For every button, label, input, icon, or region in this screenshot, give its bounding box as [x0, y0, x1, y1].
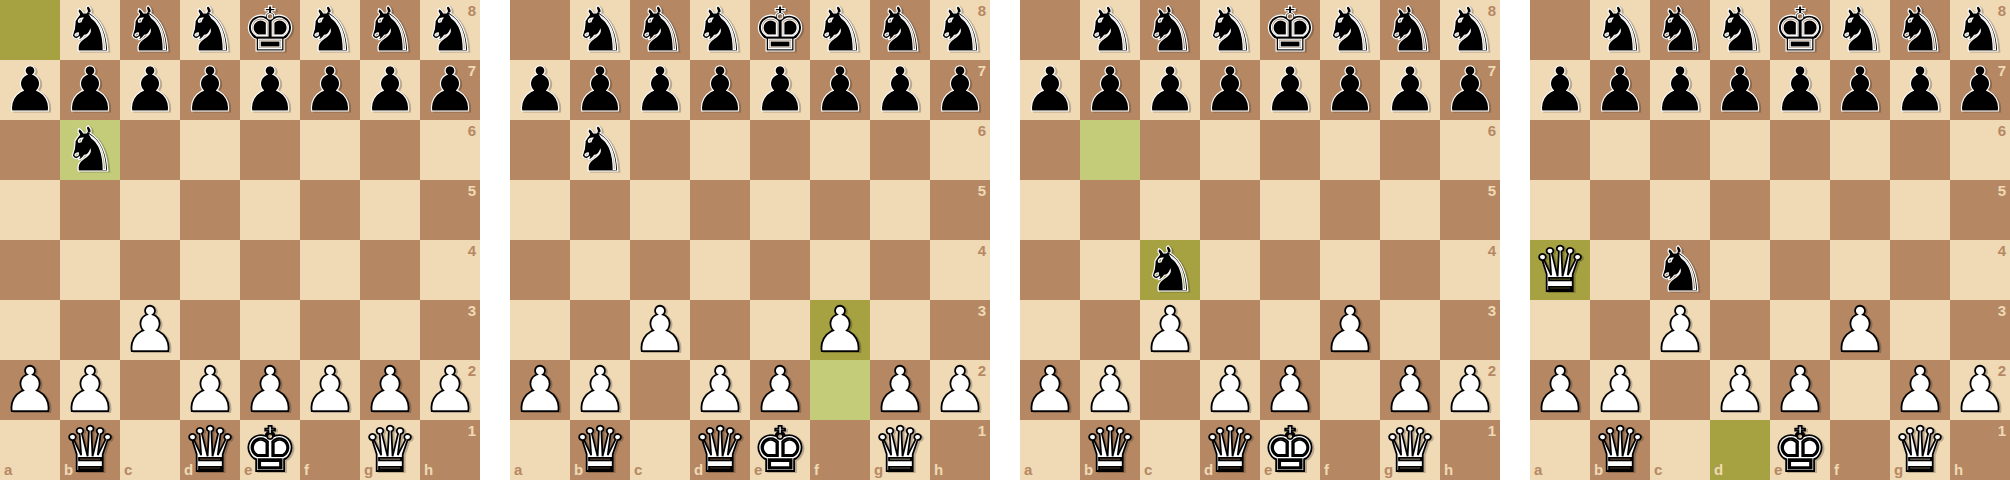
- square-f4[interactable]: [810, 240, 870, 300]
- white-pawn[interactable]: ♟: [0, 360, 60, 420]
- square-c2[interactable]: [630, 360, 690, 420]
- white-pawn[interactable]: ♟: [1200, 360, 1260, 420]
- square-d4[interactable]: [690, 240, 750, 300]
- square-f7[interactable]: ♟: [810, 60, 870, 120]
- square-c5[interactable]: [1650, 180, 1710, 240]
- black-pawn[interactable]: ♟: [570, 60, 630, 120]
- black-knight[interactable]: ♞: [300, 0, 360, 60]
- black-pawn[interactable]: ♟: [1020, 60, 1080, 120]
- white-pawn[interactable]: ♟: [630, 300, 690, 360]
- square-g2[interactable]: ♟: [870, 360, 930, 420]
- square-a1[interactable]: a: [1020, 420, 1080, 480]
- black-knight[interactable]: ♞: [1380, 0, 1440, 60]
- black-knight[interactable]: ♞: [360, 0, 420, 60]
- square-e1[interactable]: ♚e: [1770, 420, 1830, 480]
- white-king[interactable]: ♚: [240, 420, 300, 480]
- black-pawn[interactable]: ♟: [1200, 60, 1260, 120]
- square-h5[interactable]: 5: [1440, 180, 1500, 240]
- square-a4[interactable]: [510, 240, 570, 300]
- white-queen[interactable]: ♛: [690, 420, 750, 480]
- black-pawn[interactable]: ♟: [1260, 60, 1320, 120]
- square-b1[interactable]: ♛b: [1590, 420, 1650, 480]
- square-h2[interactable]: ♟2: [1440, 360, 1500, 420]
- black-pawn[interactable]: ♟: [1590, 60, 1650, 120]
- square-g1[interactable]: ♛g: [1890, 420, 1950, 480]
- square-h6[interactable]: 6: [930, 120, 990, 180]
- square-h7[interactable]: ♟7: [1440, 60, 1500, 120]
- square-e2[interactable]: ♟: [1260, 360, 1320, 420]
- white-king[interactable]: ♚: [1260, 420, 1320, 480]
- square-h8[interactable]: ♞8: [930, 0, 990, 60]
- white-queen[interactable]: ♛: [870, 420, 930, 480]
- square-f6[interactable]: [1320, 120, 1380, 180]
- square-a5[interactable]: [1530, 180, 1590, 240]
- white-pawn[interactable]: ♟: [60, 360, 120, 420]
- square-e4[interactable]: [1770, 240, 1830, 300]
- black-knight[interactable]: ♞: [1830, 0, 1890, 60]
- square-e4[interactable]: [750, 240, 810, 300]
- square-e4[interactable]: [240, 240, 300, 300]
- black-knight[interactable]: ♞: [1140, 0, 1200, 60]
- black-pawn[interactable]: ♟: [420, 60, 480, 120]
- square-b6[interactable]: [1080, 120, 1140, 180]
- white-pawn[interactable]: ♟: [360, 360, 420, 420]
- square-f2[interactable]: [1320, 360, 1380, 420]
- black-knight[interactable]: ♞: [60, 0, 120, 60]
- square-g4[interactable]: [870, 240, 930, 300]
- square-b8[interactable]: ♞: [1080, 0, 1140, 60]
- square-c4[interactable]: [630, 240, 690, 300]
- white-pawn[interactable]: ♟: [420, 360, 480, 420]
- black-pawn[interactable]: ♟: [810, 60, 870, 120]
- square-c7[interactable]: ♟: [630, 60, 690, 120]
- white-pawn[interactable]: ♟: [690, 360, 750, 420]
- square-d4[interactable]: [1200, 240, 1260, 300]
- square-h3[interactable]: 3: [930, 300, 990, 360]
- square-a7[interactable]: ♟: [510, 60, 570, 120]
- square-e3[interactable]: [1770, 300, 1830, 360]
- black-knight[interactable]: ♞: [420, 0, 480, 60]
- square-g8[interactable]: ♞: [360, 0, 420, 60]
- black-knight[interactable]: ♞: [570, 120, 630, 180]
- white-queen[interactable]: ♛: [1200, 420, 1260, 480]
- square-c4[interactable]: [120, 240, 180, 300]
- square-h3[interactable]: 3: [1440, 300, 1500, 360]
- square-e5[interactable]: [1260, 180, 1320, 240]
- square-b3[interactable]: [570, 300, 630, 360]
- square-f3[interactable]: ♟: [1320, 300, 1380, 360]
- square-c6[interactable]: [630, 120, 690, 180]
- square-h6[interactable]: 6: [420, 120, 480, 180]
- square-c8[interactable]: ♞: [1140, 0, 1200, 60]
- black-knight[interactable]: ♞: [1080, 0, 1140, 60]
- square-h7[interactable]: ♟7: [1950, 60, 2010, 120]
- white-pawn[interactable]: ♟: [1890, 360, 1950, 420]
- square-d2[interactable]: ♟: [1200, 360, 1260, 420]
- square-c8[interactable]: ♞: [1650, 0, 1710, 60]
- square-g7[interactable]: ♟: [1890, 60, 1950, 120]
- white-pawn[interactable]: ♟: [870, 360, 930, 420]
- black-pawn[interactable]: ♟: [1770, 60, 1830, 120]
- square-d8[interactable]: ♞: [690, 0, 750, 60]
- white-pawn[interactable]: ♟: [1710, 360, 1770, 420]
- square-c1[interactable]: c: [1650, 420, 1710, 480]
- square-h8[interactable]: ♞8: [1440, 0, 1500, 60]
- square-c3[interactable]: ♟: [1140, 300, 1200, 360]
- square-h7[interactable]: ♟7: [930, 60, 990, 120]
- square-a2[interactable]: ♟: [0, 360, 60, 420]
- white-pawn[interactable]: ♟: [1320, 300, 1380, 360]
- square-d4[interactable]: [180, 240, 240, 300]
- square-h7[interactable]: ♟7: [420, 60, 480, 120]
- square-f7[interactable]: ♟: [1830, 60, 1890, 120]
- square-b4[interactable]: [1080, 240, 1140, 300]
- square-e5[interactable]: [750, 180, 810, 240]
- square-h2[interactable]: ♟2: [1950, 360, 2010, 420]
- square-a2[interactable]: ♟: [1020, 360, 1080, 420]
- square-h5[interactable]: 5: [930, 180, 990, 240]
- square-d2[interactable]: ♟: [690, 360, 750, 420]
- square-f3[interactable]: [300, 300, 360, 360]
- square-c3[interactable]: ♟: [120, 300, 180, 360]
- white-pawn[interactable]: ♟: [120, 300, 180, 360]
- square-d8[interactable]: ♞: [1200, 0, 1260, 60]
- square-g3[interactable]: [870, 300, 930, 360]
- square-d6[interactable]: [1710, 120, 1770, 180]
- square-g2[interactable]: ♟: [1890, 360, 1950, 420]
- square-f5[interactable]: [1830, 180, 1890, 240]
- square-g6[interactable]: [1380, 120, 1440, 180]
- square-b3[interactable]: [1080, 300, 1140, 360]
- square-d2[interactable]: ♟: [1710, 360, 1770, 420]
- square-e5[interactable]: [240, 180, 300, 240]
- square-f3[interactable]: ♟: [1830, 300, 1890, 360]
- black-knight[interactable]: ♞: [60, 120, 120, 180]
- square-e7[interactable]: ♟: [750, 60, 810, 120]
- square-f6[interactable]: [300, 120, 360, 180]
- square-g8[interactable]: ♞: [1890, 0, 1950, 60]
- square-e3[interactable]: [1260, 300, 1320, 360]
- white-queen[interactable]: ♛: [60, 420, 120, 480]
- square-c1[interactable]: c: [1140, 420, 1200, 480]
- square-g6[interactable]: [360, 120, 420, 180]
- square-f5[interactable]: [810, 180, 870, 240]
- square-h1[interactable]: h1: [930, 420, 990, 480]
- square-c2[interactable]: [120, 360, 180, 420]
- square-e6[interactable]: [750, 120, 810, 180]
- square-h4[interactable]: 4: [420, 240, 480, 300]
- black-knight[interactable]: ♞: [1950, 0, 2010, 60]
- square-e1[interactable]: ♚e: [1260, 420, 1320, 480]
- black-knight[interactable]: ♞: [1320, 0, 1380, 60]
- black-knight[interactable]: ♞: [1200, 0, 1260, 60]
- white-pawn[interactable]: ♟: [300, 360, 360, 420]
- square-b4[interactable]: [1590, 240, 1650, 300]
- square-d5[interactable]: [1710, 180, 1770, 240]
- square-a8[interactable]: [1530, 0, 1590, 60]
- black-knight[interactable]: ♞: [690, 0, 750, 60]
- black-pawn[interactable]: ♟: [120, 60, 180, 120]
- black-knight[interactable]: ♞: [870, 0, 930, 60]
- square-d1[interactable]: ♛d: [690, 420, 750, 480]
- square-e8[interactable]: ♚: [1770, 0, 1830, 60]
- square-b2[interactable]: ♟: [570, 360, 630, 420]
- square-g7[interactable]: ♟: [360, 60, 420, 120]
- black-knight[interactable]: ♞: [180, 0, 240, 60]
- square-h4[interactable]: 4: [930, 240, 990, 300]
- square-f8[interactable]: ♞: [810, 0, 870, 60]
- square-e2[interactable]: ♟: [1770, 360, 1830, 420]
- square-a2[interactable]: ♟: [510, 360, 570, 420]
- square-d6[interactable]: [690, 120, 750, 180]
- black-pawn[interactable]: ♟: [1710, 60, 1770, 120]
- square-a5[interactable]: [1020, 180, 1080, 240]
- black-pawn[interactable]: ♟: [1650, 60, 1710, 120]
- white-king[interactable]: ♚: [1770, 420, 1830, 480]
- square-f5[interactable]: [300, 180, 360, 240]
- black-pawn[interactable]: ♟: [1830, 60, 1890, 120]
- black-pawn[interactable]: ♟: [690, 60, 750, 120]
- square-g7[interactable]: ♟: [870, 60, 930, 120]
- square-b3[interactable]: [1590, 300, 1650, 360]
- square-d7[interactable]: ♟: [1200, 60, 1260, 120]
- square-d7[interactable]: ♟: [690, 60, 750, 120]
- square-b1[interactable]: ♛b: [1080, 420, 1140, 480]
- square-f8[interactable]: ♞: [300, 0, 360, 60]
- square-f1[interactable]: f: [1320, 420, 1380, 480]
- white-pawn[interactable]: ♟: [570, 360, 630, 420]
- black-pawn[interactable]: ♟: [1890, 60, 1950, 120]
- square-c1[interactable]: c: [120, 420, 180, 480]
- square-a8[interactable]: [510, 0, 570, 60]
- square-h1[interactable]: h1: [1950, 420, 2010, 480]
- square-b2[interactable]: ♟: [60, 360, 120, 420]
- square-f7[interactable]: ♟: [1320, 60, 1380, 120]
- square-a4[interactable]: [0, 240, 60, 300]
- square-d3[interactable]: [180, 300, 240, 360]
- white-king[interactable]: ♚: [750, 420, 810, 480]
- square-f5[interactable]: [1320, 180, 1380, 240]
- square-g6[interactable]: [1890, 120, 1950, 180]
- square-a6[interactable]: [510, 120, 570, 180]
- square-a7[interactable]: ♟: [0, 60, 60, 120]
- square-c6[interactable]: [120, 120, 180, 180]
- black-knight[interactable]: ♞: [1890, 0, 1950, 60]
- square-a1[interactable]: a: [0, 420, 60, 480]
- square-g8[interactable]: ♞: [870, 0, 930, 60]
- white-queen[interactable]: ♛: [1890, 420, 1950, 480]
- square-c5[interactable]: [1140, 180, 1200, 240]
- black-pawn[interactable]: ♟: [510, 60, 570, 120]
- square-c3[interactable]: ♟: [1650, 300, 1710, 360]
- square-f1[interactable]: f: [1830, 420, 1890, 480]
- black-pawn[interactable]: ♟: [1080, 60, 1140, 120]
- square-c1[interactable]: c: [630, 420, 690, 480]
- square-d3[interactable]: [690, 300, 750, 360]
- square-f2[interactable]: ♟: [300, 360, 360, 420]
- square-d5[interactable]: [180, 180, 240, 240]
- square-g1[interactable]: ♛g: [360, 420, 420, 480]
- square-h1[interactable]: h1: [420, 420, 480, 480]
- square-f2[interactable]: [1830, 360, 1890, 420]
- black-pawn[interactable]: ♟: [750, 60, 810, 120]
- square-a7[interactable]: ♟: [1530, 60, 1590, 120]
- square-g1[interactable]: ♛g: [870, 420, 930, 480]
- square-c6[interactable]: [1140, 120, 1200, 180]
- square-b1[interactable]: ♛b: [60, 420, 120, 480]
- square-f1[interactable]: f: [300, 420, 360, 480]
- square-g6[interactable]: [870, 120, 930, 180]
- square-d7[interactable]: ♟: [1710, 60, 1770, 120]
- black-pawn[interactable]: ♟: [1530, 60, 1590, 120]
- black-knight[interactable]: ♞: [1140, 240, 1200, 300]
- square-a4[interactable]: ♛: [1530, 240, 1590, 300]
- square-e1[interactable]: ♚e: [750, 420, 810, 480]
- square-a8[interactable]: [0, 0, 60, 60]
- white-queen[interactable]: ♛: [1380, 420, 1440, 480]
- black-pawn[interactable]: ♟: [630, 60, 690, 120]
- square-b6[interactable]: ♞: [570, 120, 630, 180]
- square-c4[interactable]: ♞: [1650, 240, 1710, 300]
- square-b6[interactable]: ♞: [60, 120, 120, 180]
- square-b4[interactable]: [570, 240, 630, 300]
- square-c5[interactable]: [630, 180, 690, 240]
- black-pawn[interactable]: ♟: [360, 60, 420, 120]
- square-e8[interactable]: ♚: [240, 0, 300, 60]
- square-b5[interactable]: [1590, 180, 1650, 240]
- square-c2[interactable]: [1650, 360, 1710, 420]
- square-f8[interactable]: ♞: [1830, 0, 1890, 60]
- white-queen[interactable]: ♛: [1590, 420, 1650, 480]
- square-c2[interactable]: [1140, 360, 1200, 420]
- square-g5[interactable]: [870, 180, 930, 240]
- square-a8[interactable]: [1020, 0, 1080, 60]
- white-pawn[interactable]: ♟: [1650, 300, 1710, 360]
- square-b5[interactable]: [1080, 180, 1140, 240]
- square-f1[interactable]: f: [810, 420, 870, 480]
- white-queen[interactable]: ♛: [570, 420, 630, 480]
- square-b6[interactable]: [1590, 120, 1650, 180]
- square-g5[interactable]: [360, 180, 420, 240]
- square-b2[interactable]: ♟: [1590, 360, 1650, 420]
- black-pawn[interactable]: ♟: [1380, 60, 1440, 120]
- square-g3[interactable]: [360, 300, 420, 360]
- square-g2[interactable]: ♟: [360, 360, 420, 420]
- square-a2[interactable]: ♟: [1530, 360, 1590, 420]
- black-pawn[interactable]: ♟: [60, 60, 120, 120]
- square-b5[interactable]: [60, 180, 120, 240]
- square-f7[interactable]: ♟: [300, 60, 360, 120]
- black-pawn[interactable]: ♟: [1950, 60, 2010, 120]
- white-pawn[interactable]: ♟: [180, 360, 240, 420]
- square-c7[interactable]: ♟: [1140, 60, 1200, 120]
- square-g3[interactable]: [1380, 300, 1440, 360]
- square-h3[interactable]: 3: [1950, 300, 2010, 360]
- square-g4[interactable]: [1380, 240, 1440, 300]
- square-b8[interactable]: ♞: [570, 0, 630, 60]
- square-d3[interactable]: [1710, 300, 1770, 360]
- square-d5[interactable]: [690, 180, 750, 240]
- square-a5[interactable]: [0, 180, 60, 240]
- square-e4[interactable]: [1260, 240, 1320, 300]
- square-h2[interactable]: ♟2: [930, 360, 990, 420]
- square-h8[interactable]: ♞8: [1950, 0, 2010, 60]
- square-d8[interactable]: ♞: [1710, 0, 1770, 60]
- square-h4[interactable]: 4: [1440, 240, 1500, 300]
- square-h1[interactable]: h1: [1440, 420, 1500, 480]
- square-e6[interactable]: [1260, 120, 1320, 180]
- square-b8[interactable]: ♞: [1590, 0, 1650, 60]
- square-f2[interactable]: [810, 360, 870, 420]
- black-knight[interactable]: ♞: [810, 0, 870, 60]
- square-h6[interactable]: 6: [1440, 120, 1500, 180]
- square-g3[interactable]: [1890, 300, 1950, 360]
- square-d4[interactable]: [1710, 240, 1770, 300]
- square-a3[interactable]: [1020, 300, 1080, 360]
- square-a3[interactable]: [1530, 300, 1590, 360]
- square-e6[interactable]: [240, 120, 300, 180]
- square-e1[interactable]: ♚e: [240, 420, 300, 480]
- square-d1[interactable]: ♛d: [180, 420, 240, 480]
- square-a1[interactable]: a: [510, 420, 570, 480]
- square-c3[interactable]: ♟: [630, 300, 690, 360]
- square-b7[interactable]: ♟: [1590, 60, 1650, 120]
- square-e2[interactable]: ♟: [240, 360, 300, 420]
- square-c7[interactable]: ♟: [120, 60, 180, 120]
- square-a6[interactable]: [1020, 120, 1080, 180]
- square-b4[interactable]: [60, 240, 120, 300]
- square-b3[interactable]: [60, 300, 120, 360]
- square-f8[interactable]: ♞: [1320, 0, 1380, 60]
- white-pawn[interactable]: ♟: [1530, 360, 1590, 420]
- white-pawn[interactable]: ♟: [1950, 360, 2010, 420]
- white-pawn[interactable]: ♟: [240, 360, 300, 420]
- black-pawn[interactable]: ♟: [930, 60, 990, 120]
- square-h2[interactable]: ♟2: [420, 360, 480, 420]
- black-knight[interactable]: ♞: [1710, 0, 1770, 60]
- square-a4[interactable]: [1020, 240, 1080, 300]
- square-e8[interactable]: ♚: [750, 0, 810, 60]
- black-king[interactable]: ♚: [1770, 0, 1830, 60]
- black-pawn[interactable]: ♟: [1140, 60, 1200, 120]
- square-f4[interactable]: [1320, 240, 1380, 300]
- white-pawn[interactable]: ♟: [1080, 360, 1140, 420]
- square-g5[interactable]: [1380, 180, 1440, 240]
- black-knight[interactable]: ♞: [570, 0, 630, 60]
- square-c7[interactable]: ♟: [1650, 60, 1710, 120]
- black-pawn[interactable]: ♟: [300, 60, 360, 120]
- square-g5[interactable]: [1890, 180, 1950, 240]
- square-d5[interactable]: [1200, 180, 1260, 240]
- square-f4[interactable]: [1830, 240, 1890, 300]
- white-queen[interactable]: ♛: [360, 420, 420, 480]
- black-knight[interactable]: ♞: [630, 0, 690, 60]
- white-pawn[interactable]: ♟: [510, 360, 570, 420]
- square-f6[interactable]: [810, 120, 870, 180]
- square-c8[interactable]: ♞: [630, 0, 690, 60]
- square-g7[interactable]: ♟: [1380, 60, 1440, 120]
- black-pawn[interactable]: ♟: [0, 60, 60, 120]
- square-f6[interactable]: [1830, 120, 1890, 180]
- white-pawn[interactable]: ♟: [1590, 360, 1650, 420]
- square-g1[interactable]: ♛g: [1380, 420, 1440, 480]
- square-h5[interactable]: 5: [1950, 180, 2010, 240]
- black-knight[interactable]: ♞: [120, 0, 180, 60]
- square-c6[interactable]: [1650, 120, 1710, 180]
- white-pawn[interactable]: ♟: [810, 300, 870, 360]
- square-d2[interactable]: ♟: [180, 360, 240, 420]
- black-knight[interactable]: ♞: [1650, 240, 1710, 300]
